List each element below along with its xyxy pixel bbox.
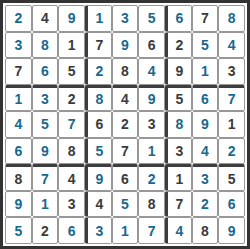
sudoku-cell-r1c6[interactable]: 5 — [138, 5, 165, 32]
sudoku-cell-r5c1[interactable]: 4 — [5, 111, 32, 138]
sudoku-cell-r2c8[interactable]: 5 — [192, 32, 219, 59]
sudoku-cell-r5c6[interactable]: 3 — [138, 111, 165, 138]
sudoku-cell-r8c5[interactable]: 5 — [112, 191, 139, 218]
sudoku-cell-r2c6[interactable]: 6 — [138, 32, 165, 59]
sudoku-cell-r9c8[interactable]: 8 — [192, 217, 219, 244]
sudoku-cell-r2c2[interactable]: 8 — [32, 32, 59, 59]
sudoku-cell-r3c4[interactable]: 2 — [85, 58, 112, 85]
sudoku-cell-r3c8[interactable]: 1 — [192, 58, 219, 85]
sudoku-cell-r6c9[interactable]: 2 — [218, 138, 245, 165]
sudoku-cell-r9c2[interactable]: 2 — [32, 217, 59, 244]
sudoku-cell-r4c6[interactable]: 9 — [138, 85, 165, 112]
sudoku-cell-r1c2[interactable]: 4 — [32, 5, 59, 32]
sudoku-cell-r5c9[interactable]: 1 — [218, 111, 245, 138]
sudoku-cell-r3c5[interactable]: 8 — [112, 58, 139, 85]
sudoku-cell-r4c4[interactable]: 8 — [85, 85, 112, 112]
sudoku-cell-r7c4[interactable]: 9 — [85, 164, 112, 191]
sudoku-cell-r8c6[interactable]: 8 — [138, 191, 165, 218]
sudoku-cell-r8c8[interactable]: 2 — [192, 191, 219, 218]
sudoku-cell-r2c3[interactable]: 1 — [58, 32, 85, 59]
sudoku-cell-r3c3[interactable]: 5 — [58, 58, 85, 85]
sudoku-cell-r5c5[interactable]: 2 — [112, 111, 139, 138]
sudoku-cell-r9c4[interactable]: 3 — [85, 217, 112, 244]
sudoku-cell-r6c4[interactable]: 5 — [85, 138, 112, 165]
sudoku-cell-r3c9[interactable]: 3 — [218, 58, 245, 85]
sudoku-cell-r4c2[interactable]: 3 — [32, 85, 59, 112]
sudoku-cell-r2c5[interactable]: 9 — [112, 32, 139, 59]
sudoku-cell-r6c3[interactable]: 8 — [58, 138, 85, 165]
sudoku-cell-r8c2[interactable]: 1 — [32, 191, 59, 218]
sudoku-cell-r5c7[interactable]: 8 — [165, 111, 192, 138]
sudoku-cell-r7c3[interactable]: 4 — [58, 164, 85, 191]
sudoku-cell-r1c5[interactable]: 3 — [112, 5, 139, 32]
sudoku-cell-r1c3[interactable]: 9 — [58, 5, 85, 32]
sudoku-cell-r1c8[interactable]: 7 — [192, 5, 219, 32]
sudoku-cell-r9c6[interactable]: 7 — [138, 217, 165, 244]
sudoku-cell-r7c1[interactable]: 8 — [5, 164, 32, 191]
sudoku-cell-r5c3[interactable]: 7 — [58, 111, 85, 138]
sudoku-cell-r9c3[interactable]: 6 — [58, 217, 85, 244]
sudoku-grid: 2491356783817962547652849131328495674576… — [5, 5, 245, 244]
sudoku-cell-r1c1[interactable]: 2 — [5, 5, 32, 32]
sudoku-cell-r2c9[interactable]: 4 — [218, 32, 245, 59]
sudoku-cell-r7c8[interactable]: 3 — [192, 164, 219, 191]
sudoku-cell-r8c9[interactable]: 6 — [218, 191, 245, 218]
sudoku-cell-r6c1[interactable]: 6 — [5, 138, 32, 165]
sudoku-cell-r9c5[interactable]: 1 — [112, 217, 139, 244]
sudoku-cell-r6c5[interactable]: 7 — [112, 138, 139, 165]
sudoku-cell-r3c2[interactable]: 6 — [32, 58, 59, 85]
sudoku-cell-r5c8[interactable]: 9 — [192, 111, 219, 138]
sudoku-cell-r9c1[interactable]: 5 — [5, 217, 32, 244]
sudoku-cell-r4c8[interactable]: 6 — [192, 85, 219, 112]
sudoku-cell-r5c2[interactable]: 5 — [32, 111, 59, 138]
sudoku-cell-r8c3[interactable]: 3 — [58, 191, 85, 218]
sudoku-cell-r1c7[interactable]: 6 — [165, 5, 192, 32]
sudoku-cell-r6c8[interactable]: 4 — [192, 138, 219, 165]
sudoku-cell-r3c7[interactable]: 9 — [165, 58, 192, 85]
sudoku-cell-r4c5[interactable]: 4 — [112, 85, 139, 112]
sudoku-cell-r1c9[interactable]: 8 — [218, 5, 245, 32]
sudoku-cell-r8c7[interactable]: 7 — [165, 191, 192, 218]
sudoku-cell-r8c4[interactable]: 4 — [85, 191, 112, 218]
sudoku-board: 2491356783817962547652849131328495674576… — [0, 0, 250, 249]
sudoku-cell-r2c4[interactable]: 7 — [85, 32, 112, 59]
sudoku-cell-r7c5[interactable]: 6 — [112, 164, 139, 191]
sudoku-cell-r5c4[interactable]: 6 — [85, 111, 112, 138]
sudoku-cell-r1c4[interactable]: 1 — [85, 5, 112, 32]
sudoku-cell-r6c6[interactable]: 1 — [138, 138, 165, 165]
sudoku-cell-r6c2[interactable]: 9 — [32, 138, 59, 165]
sudoku-cell-r4c9[interactable]: 7 — [218, 85, 245, 112]
sudoku-cell-r6c7[interactable]: 3 — [165, 138, 192, 165]
sudoku-cell-r7c7[interactable]: 1 — [165, 164, 192, 191]
sudoku-cell-r2c1[interactable]: 3 — [5, 32, 32, 59]
sudoku-cell-r9c9[interactable]: 9 — [218, 217, 245, 244]
sudoku-cell-r7c9[interactable]: 5 — [218, 164, 245, 191]
sudoku-cell-r3c1[interactable]: 7 — [5, 58, 32, 85]
sudoku-cell-r3c6[interactable]: 4 — [138, 58, 165, 85]
sudoku-cell-r8c1[interactable]: 9 — [5, 191, 32, 218]
sudoku-cell-r2c7[interactable]: 2 — [165, 32, 192, 59]
sudoku-cell-r7c2[interactable]: 7 — [32, 164, 59, 191]
sudoku-cell-r9c7[interactable]: 4 — [165, 217, 192, 244]
sudoku-cell-r4c7[interactable]: 5 — [165, 85, 192, 112]
sudoku-cell-r4c3[interactable]: 2 — [58, 85, 85, 112]
sudoku-cell-r7c6[interactable]: 2 — [138, 164, 165, 191]
sudoku-cell-r4c1[interactable]: 1 — [5, 85, 32, 112]
